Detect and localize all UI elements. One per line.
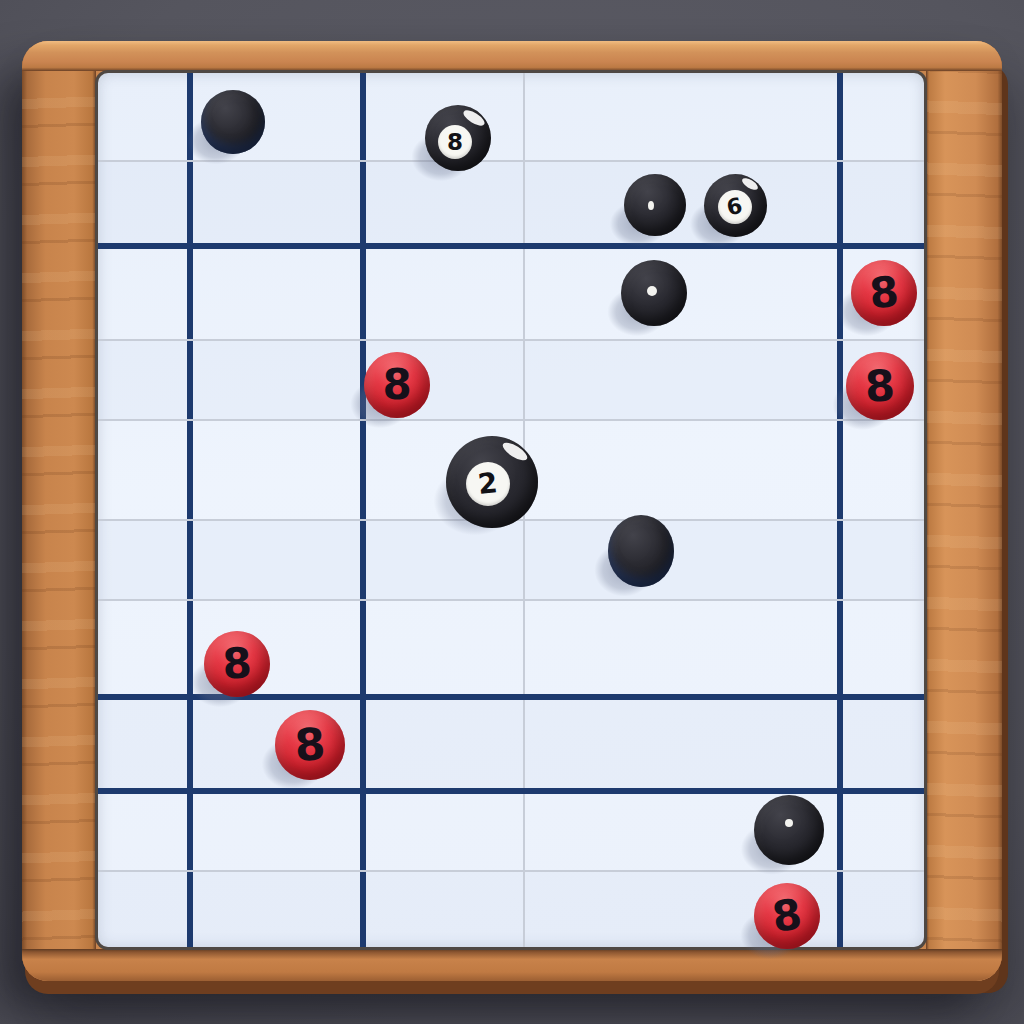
- ball-number-label: 8: [364, 352, 430, 418]
- frame-top-bar: [22, 41, 1002, 71]
- grid-line-vertical-major: [187, 73, 193, 947]
- ball-number-label: 6: [725, 195, 745, 220]
- frame-bottom-bar: [22, 949, 1002, 981]
- ball-black-smalldot[interactable]: [624, 174, 686, 236]
- ball-black-dot[interactable]: [621, 260, 687, 326]
- ball-number-label: 8: [273, 708, 348, 783]
- frame-left-bar: [22, 41, 96, 981]
- ball-number-label: 8: [447, 131, 463, 154]
- ball-black-dot[interactable]: [754, 795, 824, 865]
- grid-line-horizontal-major: [98, 788, 924, 794]
- ball-black-6[interactable]: 6: [704, 174, 767, 237]
- ball-number-label: 8: [202, 629, 271, 698]
- ball-number-circle: 2: [466, 462, 510, 506]
- board-row-band: [98, 340, 924, 420]
- ball-number-circle: 6: [718, 190, 752, 224]
- stage: 868882888: [0, 0, 1024, 1024]
- ball-number-label: 8: [844, 350, 915, 421]
- ball-number-label: 8: [750, 879, 825, 954]
- grid-line-vertical-major: [360, 73, 366, 947]
- ball-red-8[interactable]: 8: [846, 352, 914, 420]
- ball-red-8[interactable]: 8: [275, 710, 345, 780]
- ball-dot-marking: [647, 286, 657, 296]
- ball-black-8[interactable]: 8: [425, 105, 491, 171]
- ball-number-label: 8: [848, 257, 920, 329]
- ball-red-8[interactable]: 8: [851, 260, 917, 326]
- ball-dot-marking: [648, 201, 654, 210]
- ball-red-8[interactable]: 8: [754, 883, 820, 949]
- grid-line-vertical-major: [837, 73, 843, 947]
- ball-number-label: 2: [477, 469, 499, 499]
- ball-red-8[interactable]: 8: [364, 352, 430, 418]
- ball-black-plain[interactable]: [608, 515, 674, 587]
- ball-number-circle: 8: [438, 125, 472, 159]
- ball-black-plain[interactable]: [201, 90, 265, 154]
- grid-line-horizontal-minor: [98, 339, 924, 341]
- grid-line-horizontal-major: [98, 243, 924, 249]
- grid-line-horizontal-minor: [98, 419, 924, 421]
- ball-red-8[interactable]: 8: [204, 631, 270, 697]
- ball-black-2[interactable]: 2: [446, 436, 538, 528]
- grid-line-horizontal-minor: [98, 599, 924, 601]
- frame-right-bar: [926, 41, 1002, 981]
- ball-dot-marking: [785, 819, 793, 827]
- board-row-band: [98, 161, 924, 246]
